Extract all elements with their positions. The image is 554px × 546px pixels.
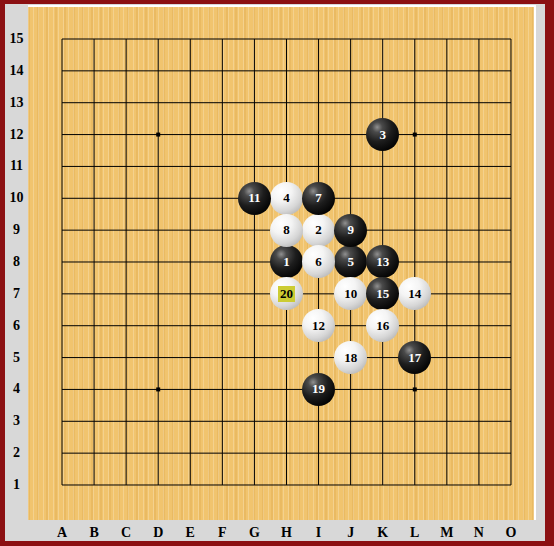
gomoku-app-window: 151413121110987654321ABCDEFGHIJKLMNO1234…	[0, 0, 554, 546]
goban[interactable]	[28, 5, 536, 520]
